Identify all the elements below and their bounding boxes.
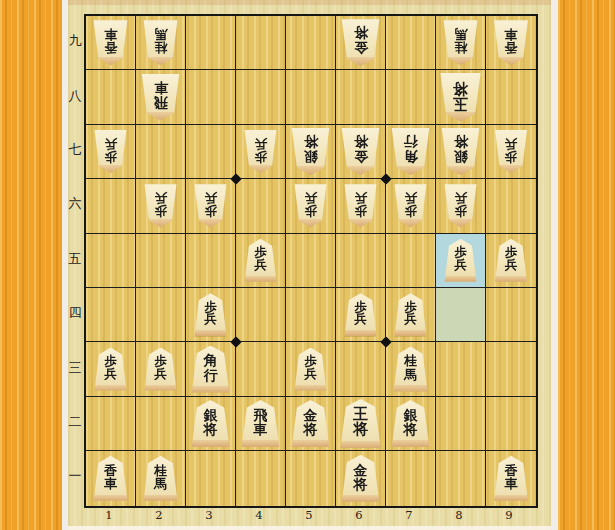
square-5-4[interactable] <box>286 288 336 342</box>
square-6-1[interactable]: 金将 <box>336 451 386 505</box>
square-5-5[interactable] <box>286 234 336 288</box>
piece-gote-lance[interactable]: 香車 <box>493 20 529 65</box>
square-2-1[interactable]: 桂馬 <box>136 451 186 505</box>
piece-kanji: 歩兵 <box>144 184 178 221</box>
square-5-3[interactable]: 歩兵 <box>286 342 336 396</box>
board-grid: 香車桂馬金将桂馬香車飛車玉将歩兵歩兵銀将金将角行銀将歩兵歩兵歩兵歩兵歩兵歩兵歩兵… <box>84 14 538 508</box>
piece-kanji: 桂馬 <box>143 20 179 59</box>
piece-gote-pawn[interactable]: 歩兵 <box>194 184 228 227</box>
square-6-5[interactable] <box>336 234 386 288</box>
file-label-4: 4 <box>234 508 284 522</box>
piece-kanji: 玉将 <box>439 73 482 115</box>
square-2-3[interactable]: 歩兵 <box>136 342 186 396</box>
rank-label-3: 三 <box>66 340 84 394</box>
piece-sente-pawn[interactable]: 歩兵 <box>344 293 378 336</box>
square-8-1[interactable] <box>436 451 486 505</box>
piece-gote-pawn[interactable]: 歩兵 <box>144 184 178 227</box>
piece-kanji: 歩兵 <box>494 130 528 167</box>
piece-kanji: 歩兵 <box>244 239 278 276</box>
piece-gote-pawn[interactable]: 歩兵 <box>444 184 478 227</box>
square-1-7[interactable]: 歩兵 <box>86 125 136 179</box>
square-1-2[interactable] <box>86 397 136 451</box>
square-8-9[interactable]: 桂馬 <box>436 16 486 70</box>
square-7-3[interactable]: 桂馬 <box>386 342 436 396</box>
square-1-1[interactable]: 香車 <box>86 451 136 505</box>
square-7-4[interactable]: 歩兵 <box>386 288 436 342</box>
square-5-7[interactable]: 銀将 <box>286 125 336 179</box>
piece-kanji: 歩兵 <box>294 348 328 385</box>
piece-sente-lance[interactable]: 香車 <box>93 456 129 501</box>
square-7-8[interactable] <box>386 70 436 124</box>
square-8-7[interactable]: 銀将 <box>436 125 486 179</box>
piece-sente-silver[interactable]: 銀将 <box>191 400 231 447</box>
piece-kanji: 歩兵 <box>194 184 228 221</box>
file-labels: 123456789 <box>84 508 536 522</box>
square-5-9[interactable] <box>286 16 336 70</box>
rank-label-5: 五 <box>66 232 84 286</box>
piece-kanji: 香車 <box>493 20 529 59</box>
piece-gote-pawn[interactable]: 歩兵 <box>94 130 128 173</box>
square-3-5[interactable] <box>186 234 236 288</box>
square-5-1[interactable] <box>286 451 336 505</box>
square-4-9[interactable] <box>236 16 286 70</box>
piece-gote-rook[interactable]: 飛車 <box>141 74 181 121</box>
square-9-7[interactable]: 歩兵 <box>486 125 536 179</box>
piece-kanji: 王将 <box>339 399 382 441</box>
piece-sente-pawn[interactable]: 歩兵 <box>244 239 278 282</box>
piece-kanji: 金将 <box>341 128 381 168</box>
rank-label-8: 八 <box>66 68 84 122</box>
piece-sente-pawn[interactable]: 歩兵 <box>444 239 478 282</box>
square-6-4[interactable]: 歩兵 <box>336 288 386 342</box>
square-1-4[interactable] <box>86 288 136 342</box>
square-1-5[interactable] <box>86 234 136 288</box>
file-label-5: 5 <box>284 508 334 522</box>
piece-kanji: 桂馬 <box>393 347 429 386</box>
square-2-4[interactable] <box>136 288 186 342</box>
square-9-1[interactable]: 香車 <box>486 451 536 505</box>
piece-sente-silver[interactable]: 銀将 <box>391 400 431 447</box>
square-1-8[interactable] <box>86 70 136 124</box>
rank-label-9: 九 <box>66 14 84 68</box>
square-4-6[interactable] <box>236 179 286 233</box>
file-label-7: 7 <box>384 508 434 522</box>
square-6-8[interactable] <box>336 70 386 124</box>
piece-kanji: 銀将 <box>191 400 231 440</box>
piece-gote-pawn[interactable]: 歩兵 <box>244 130 278 173</box>
piece-sente-pawn[interactable]: 歩兵 <box>144 348 178 391</box>
piece-kanji: 香車 <box>93 456 129 495</box>
square-4-4[interactable] <box>236 288 286 342</box>
rank-label-4: 四 <box>66 286 84 340</box>
square-8-5-highlighted[interactable]: 歩兵 <box>436 234 486 288</box>
square-7-2[interactable]: 銀将 <box>386 397 436 451</box>
piece-kanji: 歩兵 <box>494 239 528 276</box>
square-9-6[interactable] <box>486 179 536 233</box>
square-2-5[interactable] <box>136 234 186 288</box>
piece-kanji: 角行 <box>191 346 231 386</box>
piece-kanji: 飛車 <box>141 74 181 114</box>
square-5-2[interactable]: 金将 <box>286 397 336 451</box>
piece-kanji: 桂馬 <box>443 20 479 59</box>
square-9-9[interactable]: 香車 <box>486 16 536 70</box>
piece-kanji: 銀将 <box>441 128 481 168</box>
piece-sente-bishop[interactable]: 角行 <box>191 346 231 393</box>
piece-kanji: 歩兵 <box>194 293 228 330</box>
piece-kanji: 飛車 <box>241 400 281 440</box>
file-label-8: 8 <box>434 508 484 522</box>
file-label-2: 2 <box>134 508 184 522</box>
piece-sente-knight[interactable]: 桂馬 <box>393 347 429 392</box>
square-9-4[interactable] <box>486 288 536 342</box>
piece-gote-silver[interactable]: 銀将 <box>291 128 331 175</box>
piece-kanji: 歩兵 <box>344 293 378 330</box>
left-wood-panel <box>0 0 62 530</box>
piece-gote-pawn[interactable]: 歩兵 <box>494 130 528 173</box>
square-3-2[interactable]: 銀将 <box>186 397 236 451</box>
piece-kanji: 金将 <box>291 400 331 440</box>
square-7-1[interactable] <box>386 451 436 505</box>
square-2-7[interactable] <box>136 125 186 179</box>
piece-kanji: 金将 <box>341 455 381 495</box>
piece-kanji: 歩兵 <box>244 130 278 167</box>
piece-kanji: 桂馬 <box>143 456 179 495</box>
piece-kanji: 歩兵 <box>294 184 328 221</box>
piece-gote-knight[interactable]: 桂馬 <box>143 20 179 65</box>
piece-gote-gold[interactable]: 金将 <box>341 128 381 175</box>
square-7-5[interactable] <box>386 234 436 288</box>
piece-sente-gold[interactable]: 金将 <box>341 455 381 502</box>
square-9-5[interactable]: 歩兵 <box>486 234 536 288</box>
right-wood-panel <box>558 0 615 530</box>
piece-kanji: 香車 <box>93 20 129 59</box>
square-3-7[interactable] <box>186 125 236 179</box>
square-8-4-highlighted[interactable] <box>436 288 486 342</box>
square-9-2[interactable] <box>486 397 536 451</box>
rank-labels: 九八七六五四三二一 <box>66 14 84 504</box>
square-3-6[interactable]: 歩兵 <box>186 179 236 233</box>
piece-gote-pawn[interactable]: 歩兵 <box>394 184 428 227</box>
piece-sente-pawn[interactable]: 歩兵 <box>94 348 128 391</box>
square-7-6[interactable]: 歩兵 <box>386 179 436 233</box>
file-label-6: 6 <box>334 508 384 522</box>
square-4-8[interactable] <box>236 70 286 124</box>
square-6-7[interactable]: 金将 <box>336 125 386 179</box>
right-divider-strip <box>551 0 558 530</box>
square-4-1[interactable] <box>236 451 286 505</box>
square-8-8[interactable]: 玉将 <box>436 70 486 124</box>
piece-sente-rook[interactable]: 飛車 <box>241 400 281 447</box>
square-9-3[interactable] <box>486 342 536 396</box>
square-6-6[interactable]: 歩兵 <box>336 179 386 233</box>
square-7-9[interactable] <box>386 16 436 70</box>
piece-gote-king[interactable]: 玉将 <box>439 73 482 122</box>
piece-sente-king[interactable]: 王将 <box>339 399 382 448</box>
piece-gote-lance[interactable]: 香車 <box>93 20 129 65</box>
piece-gote-knight[interactable]: 桂馬 <box>443 20 479 65</box>
piece-kanji: 歩兵 <box>394 293 428 330</box>
square-2-8[interactable]: 飛車 <box>136 70 186 124</box>
square-6-3[interactable] <box>336 342 386 396</box>
square-1-9[interactable]: 香車 <box>86 16 136 70</box>
piece-kanji: 歩兵 <box>144 348 178 385</box>
file-label-1: 1 <box>84 508 134 522</box>
piece-kanji: 歩兵 <box>94 130 128 167</box>
piece-kanji: 銀将 <box>291 128 331 168</box>
square-6-9[interactable]: 金将 <box>336 16 386 70</box>
piece-gote-silver[interactable]: 銀将 <box>441 128 481 175</box>
square-3-4[interactable]: 歩兵 <box>186 288 236 342</box>
square-5-8[interactable] <box>286 70 336 124</box>
square-8-2[interactable] <box>436 397 486 451</box>
piece-kanji: 銀将 <box>391 400 431 440</box>
rank-label-1: 一 <box>66 449 84 503</box>
rank-label-6: 六 <box>66 177 84 231</box>
square-4-5[interactable]: 歩兵 <box>236 234 286 288</box>
piece-kanji: 歩兵 <box>444 184 478 221</box>
square-1-6[interactable] <box>86 179 136 233</box>
square-8-3[interactable] <box>436 342 486 396</box>
file-label-3: 3 <box>184 508 234 522</box>
square-8-6[interactable]: 歩兵 <box>436 179 486 233</box>
piece-gote-gold[interactable]: 金将 <box>341 19 381 66</box>
piece-gote-pawn[interactable]: 歩兵 <box>294 184 328 227</box>
square-3-3[interactable]: 角行 <box>186 342 236 396</box>
piece-sente-pawn[interactable]: 歩兵 <box>194 293 228 336</box>
piece-kanji: 歩兵 <box>94 348 128 385</box>
square-5-6[interactable]: 歩兵 <box>286 179 336 233</box>
piece-kanji: 歩兵 <box>444 239 478 276</box>
piece-kanji: 香車 <box>493 456 529 495</box>
piece-gote-bishop[interactable]: 角行 <box>391 128 431 175</box>
rank-label-2: 二 <box>66 395 84 449</box>
square-6-2[interactable]: 王将 <box>336 397 386 451</box>
square-7-7[interactable]: 角行 <box>386 125 436 179</box>
piece-sente-pawn[interactable]: 歩兵 <box>394 293 428 336</box>
square-3-8[interactable] <box>186 70 236 124</box>
square-4-2[interactable]: 飛車 <box>236 397 286 451</box>
square-2-6[interactable]: 歩兵 <box>136 179 186 233</box>
square-3-9[interactable] <box>186 16 236 70</box>
piece-sente-pawn[interactable]: 歩兵 <box>294 348 328 391</box>
piece-sente-pawn[interactable]: 歩兵 <box>494 239 528 282</box>
piece-sente-lance[interactable]: 香車 <box>493 456 529 501</box>
piece-kanji: 歩兵 <box>344 184 378 221</box>
piece-sente-knight[interactable]: 桂馬 <box>143 456 179 501</box>
rank-label-7: 七 <box>66 123 84 177</box>
square-4-3[interactable] <box>236 342 286 396</box>
piece-kanji: 金将 <box>341 19 381 59</box>
square-2-9[interactable]: 桂馬 <box>136 16 186 70</box>
square-3-1[interactable] <box>186 451 236 505</box>
square-1-3[interactable]: 歩兵 <box>86 342 136 396</box>
square-9-8[interactable] <box>486 70 536 124</box>
square-4-7[interactable]: 歩兵 <box>236 125 286 179</box>
piece-sente-gold[interactable]: 金将 <box>291 400 331 447</box>
piece-kanji: 歩兵 <box>394 184 428 221</box>
piece-kanji: 角行 <box>391 128 431 168</box>
square-2-2[interactable] <box>136 397 186 451</box>
file-label-9: 9 <box>484 508 534 522</box>
piece-gote-pawn[interactable]: 歩兵 <box>344 184 378 227</box>
